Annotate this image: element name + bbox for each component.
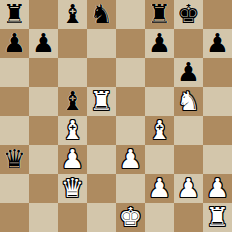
- square-c7[interactable]: [58, 29, 87, 58]
- black-pawn-h7[interactable]: ♟: [206, 29, 229, 58]
- square-g8[interactable]: ♚: [174, 0, 203, 29]
- square-g7[interactable]: [174, 29, 203, 58]
- square-h7[interactable]: ♟: [203, 29, 232, 58]
- square-g5[interactable]: ♞: [174, 87, 203, 116]
- square-d1[interactable]: [87, 203, 116, 232]
- square-h4[interactable]: [203, 116, 232, 145]
- square-d6[interactable]: [87, 58, 116, 87]
- square-b8[interactable]: [29, 0, 58, 29]
- black-knight-d8[interactable]: ♞: [90, 0, 113, 29]
- square-e5[interactable]: [116, 87, 145, 116]
- square-f6[interactable]: [145, 58, 174, 87]
- square-c2[interactable]: ♛: [58, 174, 87, 203]
- square-g3[interactable]: [174, 145, 203, 174]
- black-bishop-c8[interactable]: ♝: [61, 0, 84, 29]
- square-f3[interactable]: [145, 145, 174, 174]
- black-rook-f8[interactable]: ♜: [148, 0, 171, 29]
- square-f7[interactable]: ♟: [145, 29, 174, 58]
- square-f8[interactable]: ♜: [145, 0, 174, 29]
- square-e7[interactable]: [116, 29, 145, 58]
- square-d8[interactable]: ♞: [87, 0, 116, 29]
- square-a1[interactable]: [0, 203, 29, 232]
- square-d5[interactable]: ♜: [87, 87, 116, 116]
- square-h5[interactable]: [203, 87, 232, 116]
- square-a4[interactable]: [0, 116, 29, 145]
- white-knight-g5[interactable]: ♞: [177, 87, 200, 116]
- square-b2[interactable]: [29, 174, 58, 203]
- square-b6[interactable]: [29, 58, 58, 87]
- black-pawn-b7[interactable]: ♟: [32, 29, 55, 58]
- square-d3[interactable]: [87, 145, 116, 174]
- square-e2[interactable]: [116, 174, 145, 203]
- square-f5[interactable]: [145, 87, 174, 116]
- square-h6[interactable]: [203, 58, 232, 87]
- square-h8[interactable]: [203, 0, 232, 29]
- square-c1[interactable]: [58, 203, 87, 232]
- black-pawn-g6[interactable]: ♟: [177, 58, 200, 87]
- white-queen-c2[interactable]: ♛: [61, 174, 84, 203]
- white-pawn-e3[interactable]: ♟: [119, 145, 142, 174]
- square-c8[interactable]: ♝: [58, 0, 87, 29]
- square-a8[interactable]: ♜: [0, 0, 29, 29]
- square-c6[interactable]: [58, 58, 87, 87]
- white-king-e1[interactable]: ♚: [119, 203, 142, 232]
- square-h2[interactable]: ♟: [203, 174, 232, 203]
- square-f1[interactable]: [145, 203, 174, 232]
- square-e8[interactable]: [116, 0, 145, 29]
- white-bishop-f4[interactable]: ♝: [148, 116, 171, 145]
- white-pawn-g2[interactable]: ♟: [177, 174, 200, 203]
- square-g4[interactable]: [174, 116, 203, 145]
- square-a7[interactable]: ♟: [0, 29, 29, 58]
- square-d4[interactable]: [87, 116, 116, 145]
- square-c3[interactable]: ♟: [58, 145, 87, 174]
- white-pawn-f2[interactable]: ♟: [148, 174, 171, 203]
- square-e1[interactable]: ♚: [116, 203, 145, 232]
- white-rook-h1[interactable]: ♜: [206, 203, 229, 232]
- square-d7[interactable]: [87, 29, 116, 58]
- square-h3[interactable]: [203, 145, 232, 174]
- square-b3[interactable]: [29, 145, 58, 174]
- white-pawn-h2[interactable]: ♟: [206, 174, 229, 203]
- black-pawn-a7[interactable]: ♟: [3, 29, 26, 58]
- square-g2[interactable]: ♟: [174, 174, 203, 203]
- square-c4[interactable]: ♝: [58, 116, 87, 145]
- black-rook-a8[interactable]: ♜: [3, 0, 26, 29]
- square-g6[interactable]: ♟: [174, 58, 203, 87]
- square-d2[interactable]: [87, 174, 116, 203]
- square-a6[interactable]: [0, 58, 29, 87]
- square-h1[interactable]: ♜: [203, 203, 232, 232]
- square-e4[interactable]: [116, 116, 145, 145]
- square-e3[interactable]: ♟: [116, 145, 145, 174]
- chess-board: ♜♝♞♜♚♟♟♟♟♟♝♜♞♝♝♛♟♟♛♟♟♟♚♜: [0, 0, 232, 232]
- square-b4[interactable]: [29, 116, 58, 145]
- black-queen-a3[interactable]: ♛: [3, 145, 26, 174]
- white-rook-d5[interactable]: ♜: [90, 87, 113, 116]
- square-e6[interactable]: [116, 58, 145, 87]
- square-c5[interactable]: ♝: [58, 87, 87, 116]
- square-f2[interactable]: ♟: [145, 174, 174, 203]
- square-a2[interactable]: [0, 174, 29, 203]
- square-g1[interactable]: [174, 203, 203, 232]
- square-b5[interactable]: [29, 87, 58, 116]
- square-b7[interactable]: ♟: [29, 29, 58, 58]
- black-king-g8[interactable]: ♚: [177, 0, 200, 29]
- black-pawn-f7[interactable]: ♟: [148, 29, 171, 58]
- square-f4[interactable]: ♝: [145, 116, 174, 145]
- black-bishop-c5[interactable]: ♝: [61, 87, 84, 116]
- white-bishop-c4[interactable]: ♝: [61, 116, 84, 145]
- square-a3[interactable]: ♛: [0, 145, 29, 174]
- square-b1[interactable]: [29, 203, 58, 232]
- square-a5[interactable]: [0, 87, 29, 116]
- white-pawn-c3[interactable]: ♟: [61, 145, 84, 174]
